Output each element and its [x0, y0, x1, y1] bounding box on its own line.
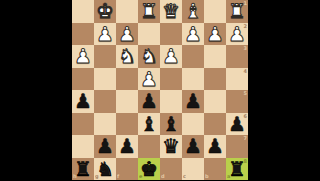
square-g8[interactable]: ♞g: [94, 158, 116, 181]
square-g4[interactable]: [94, 68, 116, 91]
square-h8[interactable]: ♜h: [72, 158, 94, 181]
black-pawn-piece[interactable]: ♟: [118, 135, 136, 158]
square-g6[interactable]: [94, 113, 116, 136]
white-queen-piece[interactable]: ♛: [162, 0, 180, 23]
coord-rank-7: 7: [244, 136, 247, 141]
coord-rank-4: 4: [244, 69, 247, 74]
white-pawn-piece[interactable]: ♟: [96, 23, 114, 46]
square-a7[interactable]: 7: [226, 135, 248, 158]
square-h4[interactable]: [72, 68, 94, 91]
coord-file-d: d: [161, 174, 165, 179]
white-rook-piece[interactable]: ♜: [140, 0, 158, 23]
black-king-piece[interactable]: ♚: [140, 158, 158, 181]
square-b7[interactable]: ♟: [204, 135, 226, 158]
square-a1[interactable]: ♜1: [226, 0, 248, 23]
square-h7[interactable]: [72, 135, 94, 158]
square-a3[interactable]: 3: [226, 45, 248, 68]
coord-file-c: c: [183, 174, 186, 179]
square-d8[interactable]: d: [160, 158, 182, 181]
square-a6[interactable]: ♟6: [226, 113, 248, 136]
square-e4[interactable]: ♟: [138, 68, 160, 91]
square-d6[interactable]: ♝: [160, 113, 182, 136]
white-pawn-piece[interactable]: ♟: [228, 23, 246, 46]
white-rook-piece[interactable]: ♜: [228, 0, 246, 23]
black-rook-piece[interactable]: ♜: [228, 158, 246, 181]
white-king-piece[interactable]: ♚: [96, 0, 114, 23]
white-pawn-piece[interactable]: ♟: [162, 45, 180, 68]
square-f8[interactable]: f: [116, 158, 138, 181]
black-pawn-piece[interactable]: ♟: [228, 113, 246, 136]
white-pawn-piece[interactable]: ♟: [140, 68, 158, 91]
square-b4[interactable]: [204, 68, 226, 91]
square-d3[interactable]: ♟: [160, 45, 182, 68]
square-e3[interactable]: ♞: [138, 45, 160, 68]
black-pawn-piece[interactable]: ♟: [140, 90, 158, 113]
square-f4[interactable]: [116, 68, 138, 91]
square-g7[interactable]: ♟: [94, 135, 116, 158]
square-a2[interactable]: ♟2: [226, 23, 248, 46]
square-e6[interactable]: ♝: [138, 113, 160, 136]
square-a4[interactable]: 4: [226, 68, 248, 91]
chess-board[interactable]: ♚♜♛♝♜1♟♟♟♟♟2♟♞♞♟3♟4♟♟♟5♝♝♟6♟♟♛♟♟7♜h♞gf♚e…: [72, 0, 248, 180]
square-h6[interactable]: [72, 113, 94, 136]
square-d2[interactable]: [160, 23, 182, 46]
white-pawn-piece[interactable]: ♟: [118, 23, 136, 46]
square-c5[interactable]: ♟: [182, 90, 204, 113]
white-pawn-piece[interactable]: ♟: [206, 23, 224, 46]
square-f5[interactable]: [116, 90, 138, 113]
white-bishop-piece[interactable]: ♝: [184, 0, 202, 23]
square-c7[interactable]: ♟: [182, 135, 204, 158]
pillarbox-right-bar: [248, 0, 320, 180]
square-a8[interactable]: ♜8a: [226, 158, 248, 181]
square-b2[interactable]: ♟: [204, 23, 226, 46]
square-f1[interactable]: [116, 0, 138, 23]
square-e7[interactable]: [138, 135, 160, 158]
square-b6[interactable]: [204, 113, 226, 136]
square-c4[interactable]: [182, 68, 204, 91]
square-b3[interactable]: [204, 45, 226, 68]
square-c1[interactable]: ♝: [182, 0, 204, 23]
square-e2[interactable]: [138, 23, 160, 46]
square-c3[interactable]: [182, 45, 204, 68]
black-pawn-piece[interactable]: ♟: [184, 135, 202, 158]
square-g5[interactable]: [94, 90, 116, 113]
square-b1[interactable]: [204, 0, 226, 23]
black-queen-piece[interactable]: ♛: [162, 135, 180, 158]
black-pawn-piece[interactable]: ♟: [206, 135, 224, 158]
square-h3[interactable]: ♟: [72, 45, 94, 68]
white-knight-piece[interactable]: ♞: [118, 45, 136, 68]
square-e1[interactable]: ♜: [138, 0, 160, 23]
white-pawn-piece[interactable]: ♟: [74, 45, 92, 68]
video-frame: ♚♜♛♝♜1♟♟♟♟♟2♟♞♞♟3♟4♟♟♟5♝♝♟6♟♟♛♟♟7♜h♞gf♚e…: [0, 0, 320, 180]
square-f7[interactable]: ♟: [116, 135, 138, 158]
black-bishop-piece[interactable]: ♝: [162, 113, 180, 136]
square-b8[interactable]: b: [204, 158, 226, 181]
square-a5[interactable]: 5: [226, 90, 248, 113]
square-f2[interactable]: ♟: [116, 23, 138, 46]
square-c6[interactable]: [182, 113, 204, 136]
square-d1[interactable]: ♛: [160, 0, 182, 23]
black-pawn-piece[interactable]: ♟: [184, 90, 202, 113]
square-c8[interactable]: c: [182, 158, 204, 181]
square-h5[interactable]: ♟: [72, 90, 94, 113]
square-g3[interactable]: [94, 45, 116, 68]
square-f6[interactable]: [116, 113, 138, 136]
black-bishop-piece[interactable]: ♝: [140, 113, 158, 136]
square-h2[interactable]: [72, 23, 94, 46]
coord-rank-3: 3: [244, 46, 247, 51]
pillarbox-left-bar: [0, 0, 72, 180]
square-e5[interactable]: ♟: [138, 90, 160, 113]
white-pawn-piece[interactable]: ♟: [184, 23, 202, 46]
white-knight-piece[interactable]: ♞: [140, 45, 158, 68]
black-pawn-piece[interactable]: ♟: [96, 135, 114, 158]
square-b5[interactable]: [204, 90, 226, 113]
coord-file-f: f: [117, 174, 119, 179]
coord-file-b: b: [205, 174, 209, 179]
square-g1[interactable]: ♚: [94, 0, 116, 23]
square-g2[interactable]: ♟: [94, 23, 116, 46]
black-knight-piece[interactable]: ♞: [96, 158, 114, 181]
square-c2[interactable]: ♟: [182, 23, 204, 46]
square-f3[interactable]: ♞: [116, 45, 138, 68]
square-h1[interactable]: [72, 0, 94, 23]
square-e8[interactable]: ♚e: [138, 158, 160, 181]
black-pawn-piece[interactable]: ♟: [74, 90, 92, 113]
coord-rank-5: 5: [244, 91, 247, 96]
square-d5[interactable]: [160, 90, 182, 113]
square-d7[interactable]: ♛: [160, 135, 182, 158]
square-d4[interactable]: [160, 68, 182, 91]
black-rook-piece[interactable]: ♜: [74, 158, 92, 181]
